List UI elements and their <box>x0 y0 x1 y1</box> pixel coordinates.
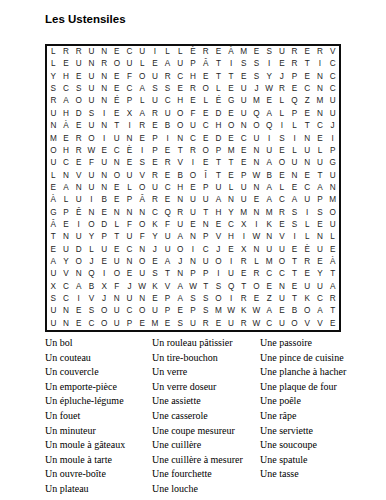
grid-cell: S <box>85 108 98 120</box>
grid-cell: P <box>161 293 174 305</box>
grid-cell: P <box>161 305 174 317</box>
grid-cell: E <box>187 95 200 107</box>
grid-cell: O <box>136 305 149 317</box>
grid-cell: S <box>161 83 174 95</box>
grid-cell: U <box>136 46 149 58</box>
grid-cell: X <box>47 281 60 293</box>
grid-cell: U <box>72 58 85 70</box>
grid-cell: U <box>149 95 162 107</box>
grid-cell: S <box>199 293 212 305</box>
grid-cell: U <box>72 194 85 206</box>
grid-cell: N <box>250 244 263 256</box>
grid-cell: K <box>149 219 162 231</box>
grid-cell: C <box>326 83 339 95</box>
grid-cell: L <box>288 120 301 132</box>
grid-cell: Z <box>263 293 276 305</box>
grid-cell: V <box>314 318 327 330</box>
grid-cell: O <box>174 244 187 256</box>
grid-cell: C <box>314 293 327 305</box>
grid-cell: P <box>199 268 212 280</box>
grid-cell: L <box>288 145 301 157</box>
grid-cell: E <box>301 169 314 181</box>
grid-cell: N <box>98 95 111 107</box>
grid-cell: U <box>237 95 250 107</box>
grid-cell: I <box>225 293 238 305</box>
grid-cell: T <box>326 268 339 280</box>
grid-cell: R <box>288 58 301 70</box>
grid-cell: L <box>250 256 263 268</box>
grid-cell: P <box>187 268 200 280</box>
grid-cell: L <box>276 108 289 120</box>
grid-cell: N <box>263 231 276 243</box>
grid-cell: I <box>72 219 85 231</box>
grid-cell: U <box>237 83 250 95</box>
grid-cell: C <box>187 132 200 144</box>
grid-cell: E <box>326 244 339 256</box>
grid-cell: F <box>110 281 123 293</box>
word-list-item: Une soucoupe <box>260 438 346 453</box>
word-list-item: Une pince de cuisine <box>260 351 346 366</box>
grid-cell: C <box>326 58 339 70</box>
grid-cell: L <box>276 95 289 107</box>
grid-cell: N <box>187 256 200 268</box>
grid-cell: C <box>161 182 174 194</box>
grid-cell: R <box>187 145 200 157</box>
grid-cell: E <box>110 244 123 256</box>
grid-cell: N <box>314 83 327 95</box>
grid-cell: Â <box>199 58 212 70</box>
grid-cell: E <box>212 219 225 231</box>
grid-cell: P <box>149 145 162 157</box>
grid-cell: B <box>161 120 174 132</box>
grid-cell: Ê <box>72 207 85 219</box>
grid-cell: J <box>212 244 225 256</box>
grid-cell: H <box>60 145 73 157</box>
grid-cell: I <box>98 268 111 280</box>
grid-cell: N <box>72 268 85 280</box>
grid-cell: E <box>301 268 314 280</box>
grid-cell: E <box>237 145 250 157</box>
grid-cell: V <box>85 293 98 305</box>
grid-cell: E <box>98 256 111 268</box>
grid-cell: E <box>225 244 238 256</box>
grid-cell: S <box>47 293 60 305</box>
grid-cell: N <box>136 207 149 219</box>
grid-cell: U <box>263 145 276 157</box>
grid-cell: U <box>110 305 123 317</box>
grid-cell: W <box>187 281 200 293</box>
grid-cell: Q <box>288 95 301 107</box>
grid-cell: N <box>60 318 73 330</box>
grid-cell: E <box>326 318 339 330</box>
grid-cell: W <box>225 305 238 317</box>
worksheet-page: Les Ustensiles LRRUNECUILLÈREÀMESURERVLE… <box>0 0 386 500</box>
grid-cell: E <box>314 219 327 231</box>
grid-cell: R <box>288 46 301 58</box>
grid-cell: I <box>288 231 301 243</box>
grid-cell: C <box>276 194 289 206</box>
grid-cell: U <box>276 46 289 58</box>
word-list-item: Une casserole <box>152 409 243 424</box>
grid-cell: E <box>110 194 123 206</box>
grid-cell: J <box>326 120 339 132</box>
grid-cell: H <box>60 71 73 83</box>
word-list-item: Un fouet <box>45 409 125 424</box>
grid-cell: P <box>123 318 136 330</box>
grid-cell: O <box>276 157 289 169</box>
grid-cell: N <box>250 145 263 157</box>
grid-cell: O <box>98 305 111 317</box>
grid-cell: N <box>326 182 339 194</box>
grid-cell: X <box>123 108 136 120</box>
grid-cell: J <box>149 244 162 256</box>
grid-cell: R <box>72 46 85 58</box>
grid-cell: A <box>212 194 225 206</box>
grid-cell: F <box>123 219 136 231</box>
grid-cell: N <box>250 157 263 169</box>
grid-cell: E <box>276 305 289 317</box>
grid-cell: I <box>187 244 200 256</box>
grid-cell: N <box>250 207 263 219</box>
grid-cell: V <box>60 268 73 280</box>
grid-cell: I <box>225 58 238 70</box>
grid-cell: R <box>237 318 250 330</box>
grid-cell: C <box>326 71 339 83</box>
grid-cell: L <box>136 58 149 70</box>
grid-cell: N <box>98 46 111 58</box>
grid-cell: S <box>250 58 263 70</box>
grid-cell: C <box>263 268 276 280</box>
word-list-item: Un couteau <box>45 351 125 366</box>
grid-cell: J <box>98 293 111 305</box>
grid-cell: O <box>276 256 289 268</box>
grid-cell: N <box>199 219 212 231</box>
grid-cell: K <box>301 293 314 305</box>
grid-cell: U <box>212 182 225 194</box>
grid-cell: M <box>47 132 60 144</box>
grid-cell: U <box>187 318 200 330</box>
grid-cell: O <box>110 58 123 70</box>
grid-cell: N <box>314 108 327 120</box>
word-list-column-1: Un bolUn couteauUn couvercleUn emporte-p… <box>45 336 125 497</box>
grid-cell: E <box>110 83 123 95</box>
grid-cell: N <box>98 120 111 132</box>
grid-cell: E <box>136 318 149 330</box>
grid-cell: E <box>161 169 174 181</box>
grid-cell: T <box>212 169 225 181</box>
grid-cell: L <box>60 194 73 206</box>
grid-cell: C <box>123 46 136 58</box>
grid-cell: I <box>276 120 289 132</box>
grid-cell: U <box>174 219 187 231</box>
grid-cell: A <box>161 256 174 268</box>
grid-cell: E <box>263 95 276 107</box>
grid-cell: T <box>237 281 250 293</box>
grid-cell: E <box>301 71 314 83</box>
grid-cell: Q <box>225 281 238 293</box>
grid-cell: G <box>326 157 339 169</box>
grid-cell: J <box>85 256 98 268</box>
grid-cell: E <box>149 293 162 305</box>
grid-cell: E <box>174 83 187 95</box>
grid-cell: H <box>212 120 225 132</box>
grid-cell: É <box>212 95 225 107</box>
grid-cell: I <box>250 219 263 231</box>
grid-cell: B <box>263 169 276 181</box>
grid-cell: U <box>110 256 123 268</box>
grid-cell: U <box>314 157 327 169</box>
grid-cell: M <box>225 145 238 157</box>
grid-cell: E <box>237 268 250 280</box>
grid-cell: O <box>212 293 225 305</box>
grid-cell: P <box>60 207 73 219</box>
grid-cell: M <box>263 207 276 219</box>
grid-cell: A <box>326 281 339 293</box>
grid-cell: Â <box>136 194 149 206</box>
grid-cell: N <box>136 293 149 305</box>
grid-cell: I <box>212 268 225 280</box>
grid-cell: E <box>225 83 238 95</box>
grid-cell: L <box>225 182 238 194</box>
grid-cell: C <box>123 83 136 95</box>
grid-cell: Z <box>301 95 314 107</box>
grid-cell: C <box>60 281 73 293</box>
grid-cell: P <box>187 58 200 70</box>
word-list-item: Un tire-bouchon <box>152 351 243 366</box>
grid-cell: U <box>47 108 60 120</box>
grid-cell: V <box>326 46 339 58</box>
grid-cell: K <box>149 281 162 293</box>
grid-cell: E <box>225 132 238 144</box>
grid-cell: E <box>149 256 162 268</box>
grid-cell: U <box>149 182 162 194</box>
grid-cell: O <box>199 145 212 157</box>
grid-cell: N <box>225 194 238 206</box>
word-list-item: Un rouleau pâtissier <box>152 336 243 351</box>
word-list-item: Un épluche-légume <box>45 394 125 409</box>
grid-cell: N <box>136 244 149 256</box>
grid-cell: E <box>98 145 111 157</box>
grid-cell: N <box>174 132 187 144</box>
grid-cell: N <box>98 169 111 181</box>
grid-cell: J <box>276 71 289 83</box>
grid-cell: E <box>98 207 111 219</box>
grid-cell: L <box>276 182 289 194</box>
grid-cell: I <box>301 207 314 219</box>
grid-cell: U <box>237 194 250 206</box>
grid-cell: E <box>60 132 73 144</box>
grid-cell: S <box>276 132 289 144</box>
grid-cell: E <box>149 58 162 70</box>
grid-cell: U <box>149 71 162 83</box>
grid-cell: L <box>136 95 149 107</box>
grid-cell: C <box>60 157 73 169</box>
grid-cell: O <box>136 182 149 194</box>
grid-cell: H <box>187 71 200 83</box>
grid-cell: N <box>123 132 136 144</box>
grid-cell: E <box>123 157 136 169</box>
grid-cell: U <box>326 95 339 107</box>
grid-cell: C <box>314 120 327 132</box>
grid-cell: L <box>212 83 225 95</box>
grid-cell: U <box>237 182 250 194</box>
grid-cell: U <box>85 46 98 58</box>
grid-cell: R <box>161 157 174 169</box>
grid-cell: T <box>199 207 212 219</box>
grid-cell: E <box>60 58 73 70</box>
grid-cell: H <box>174 182 187 194</box>
grid-cell: U <box>60 244 73 256</box>
page-title: Les Ustensiles <box>45 13 126 25</box>
grid-cell: U <box>98 157 111 169</box>
grid-cell: X <box>98 281 111 293</box>
grid-cell: A <box>288 194 301 206</box>
grid-cell: E <box>72 305 85 317</box>
word-search-grid: LRRUNECUILLÈREÀMESURERVLEUNROULEAUPÂTISS… <box>45 44 341 332</box>
grid-cell: À <box>47 194 60 206</box>
word-list-column-2: Un rouleau pâtissierUn tire-bouchonUn ve… <box>152 336 243 497</box>
grid-cell: E <box>288 244 301 256</box>
grid-cell: N <box>301 132 314 144</box>
grid-cell: M <box>237 207 250 219</box>
grid-cell: E <box>110 46 123 58</box>
grid-cell: S <box>149 83 162 95</box>
word-list-item: Une planche à hacher <box>260 365 346 380</box>
grid-cell: U <box>123 293 136 305</box>
grid-cell: R <box>174 207 187 219</box>
grid-cell: N <box>187 231 200 243</box>
grid-cell: R <box>326 293 339 305</box>
grid-cell: E <box>276 145 289 157</box>
grid-cell: M <box>250 95 263 107</box>
grid-cell: M <box>237 46 250 58</box>
grid-cell: O <box>98 318 111 330</box>
grid-cell: P <box>123 194 136 206</box>
grid-cell: R <box>199 46 212 58</box>
grid-cell: R <box>276 83 289 95</box>
grid-cell: W <box>250 169 263 181</box>
word-list-item: Une plaque de four <box>260 380 346 395</box>
grid-cell: A <box>136 108 149 120</box>
grid-cell: C <box>199 244 212 256</box>
grid-cell: I <box>98 108 111 120</box>
grid-cell: S <box>47 83 60 95</box>
grid-cell: S <box>199 305 212 317</box>
grid-cell: I <box>85 194 98 206</box>
grid-cell: R <box>72 132 85 144</box>
grid-cell: E <box>110 182 123 194</box>
grid-cell: Â <box>47 219 60 231</box>
grid-cell: E <box>149 120 162 132</box>
grid-cell: D <box>212 108 225 120</box>
grid-cell: U <box>237 108 250 120</box>
grid-cell: U <box>288 157 301 169</box>
grid-cell: C <box>301 182 314 194</box>
grid-cell: W <box>250 231 263 243</box>
grid-cell: V <box>174 157 187 169</box>
grid-cell: E <box>47 244 60 256</box>
grid-cell: U <box>47 305 60 317</box>
grid-cell: E <box>276 219 289 231</box>
grid-cell: E <box>288 281 301 293</box>
grid-cell: L <box>161 46 174 58</box>
grid-cell: N <box>174 194 187 206</box>
grid-cell: I <box>326 132 339 144</box>
grid-cell: L <box>199 95 212 107</box>
word-list-item: Un verre doseur <box>152 380 243 395</box>
grid-cell: U <box>161 231 174 243</box>
grid-cell: A <box>72 281 85 293</box>
grid-cell: L <box>47 58 60 70</box>
grid-cell: P <box>123 95 136 107</box>
grid-cell: T <box>47 231 60 243</box>
grid-cell: V <box>301 318 314 330</box>
grid-cell: B <box>288 305 301 317</box>
grid-cell: A <box>174 293 187 305</box>
word-list-item: Une assiette <box>152 394 243 409</box>
grid-cell: S <box>85 305 98 317</box>
grid-cell: R <box>237 256 250 268</box>
grid-cell: M <box>212 305 225 317</box>
grid-cell: U <box>326 219 339 231</box>
grid-cell: F <box>123 71 136 83</box>
grid-cell: E <box>288 83 301 95</box>
grid-cell: C <box>263 318 276 330</box>
grid-cell: È <box>187 46 200 58</box>
grid-cell: E <box>212 46 225 58</box>
grid-cell: T <box>174 145 187 157</box>
word-list-item: Une spatule <box>260 453 346 468</box>
grid-cell: T <box>314 169 327 181</box>
grid-cell: S <box>250 71 263 83</box>
grid-cell: O <box>301 305 314 317</box>
grid-cell: E <box>276 58 289 70</box>
word-list-item: Une poêle <box>260 394 346 409</box>
grid-cell: È <box>301 244 314 256</box>
grid-cell: E <box>263 281 276 293</box>
grid-cell: I <box>161 132 174 144</box>
grid-cell: É <box>110 95 123 107</box>
grid-cell: L <box>85 244 98 256</box>
grid-cell: E <box>47 182 60 194</box>
grid-cell: O <box>110 169 123 181</box>
grid-cell: O <box>85 132 98 144</box>
grid-cell: U <box>225 268 238 280</box>
grid-cell: N <box>288 169 301 181</box>
grid-cell: L <box>326 231 339 243</box>
word-list-item: Une tasse <box>260 467 346 482</box>
grid-cell: N <box>85 58 98 70</box>
grid-cell: E <box>72 318 85 330</box>
grid-cell: Y <box>149 231 162 243</box>
grid-cell: R <box>187 83 200 95</box>
grid-cell: I <box>123 120 136 132</box>
grid-cell: C <box>301 83 314 95</box>
grid-cell: U <box>174 58 187 70</box>
grid-cell: B <box>98 194 111 206</box>
grid-cell: S <box>72 83 85 95</box>
grid-cell: I <box>237 231 250 243</box>
grid-cell: Y <box>225 207 238 219</box>
grid-cell: U <box>276 293 289 305</box>
grid-cell: U <box>47 318 60 330</box>
grid-cell: U <box>326 108 339 120</box>
grid-cell: Y <box>314 268 327 280</box>
grid-cell: E <box>174 305 187 317</box>
grid-cell: Y <box>60 256 73 268</box>
grid-cell: U <box>263 244 276 256</box>
grid-cell: I <box>98 132 111 144</box>
